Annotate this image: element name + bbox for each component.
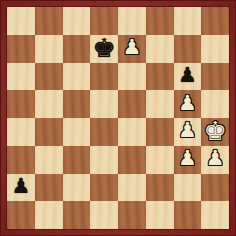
square-g5[interactable]: ♟ [174, 90, 202, 118]
square-g4[interactable]: ♟ [174, 118, 202, 146]
square-b3[interactable] [35, 146, 63, 174]
square-e2[interactable] [118, 174, 146, 202]
square-f1[interactable] [146, 201, 174, 229]
white-king-h4: ♚ [203, 118, 226, 144]
square-a1[interactable] [7, 201, 35, 229]
square-b1[interactable] [35, 201, 63, 229]
square-g3[interactable]: ♟ [174, 146, 202, 174]
square-a3[interactable] [7, 146, 35, 174]
square-g2[interactable] [174, 174, 202, 202]
square-f5[interactable] [146, 90, 174, 118]
square-f4[interactable] [146, 118, 174, 146]
square-b8[interactable] [35, 7, 63, 35]
square-d2[interactable] [90, 174, 118, 202]
square-d1[interactable] [90, 201, 118, 229]
square-f6[interactable] [146, 63, 174, 91]
square-d6[interactable] [90, 63, 118, 91]
square-e8[interactable] [118, 7, 146, 35]
square-h4[interactable]: ♚ [201, 118, 229, 146]
square-b5[interactable] [35, 90, 63, 118]
square-a4[interactable] [7, 118, 35, 146]
white-pawn-h3: ♟ [206, 148, 225, 169]
square-a2[interactable]: ♟ [7, 174, 35, 202]
white-pawn-g5: ♟ [178, 93, 197, 114]
square-a8[interactable] [7, 7, 35, 35]
square-e6[interactable] [118, 63, 146, 91]
square-e1[interactable] [118, 201, 146, 229]
square-a6[interactable] [7, 63, 35, 91]
square-b2[interactable] [35, 174, 63, 202]
square-d7[interactable]: ♚ [90, 35, 118, 63]
square-h3[interactable]: ♟ [201, 146, 229, 174]
square-d8[interactable] [90, 7, 118, 35]
square-h8[interactable] [201, 7, 229, 35]
square-g8[interactable] [174, 7, 202, 35]
square-f2[interactable] [146, 174, 174, 202]
square-a7[interactable] [7, 35, 35, 63]
white-pawn-e7: ♟ [122, 37, 141, 58]
black-king-d7: ♚ [92, 35, 115, 61]
square-c8[interactable] [63, 7, 91, 35]
square-e5[interactable] [118, 90, 146, 118]
square-e3[interactable] [118, 146, 146, 174]
square-f8[interactable] [146, 7, 174, 35]
black-pawn-g6: ♟ [178, 65, 197, 86]
square-d5[interactable] [90, 90, 118, 118]
square-d4[interactable] [90, 118, 118, 146]
square-e4[interactable] [118, 118, 146, 146]
square-f3[interactable] [146, 146, 174, 174]
square-h2[interactable] [201, 174, 229, 202]
square-g6[interactable]: ♟ [174, 63, 202, 91]
square-c4[interactable] [63, 118, 91, 146]
square-c1[interactable] [63, 201, 91, 229]
square-h6[interactable] [201, 63, 229, 91]
square-g1[interactable] [174, 201, 202, 229]
board-frame: ♚♟♟♟♟♚♟♟♟ [0, 0, 236, 236]
chess-board: ♚♟♟♟♟♚♟♟♟ [7, 7, 229, 229]
square-c6[interactable] [63, 63, 91, 91]
square-b7[interactable] [35, 35, 63, 63]
square-h5[interactable] [201, 90, 229, 118]
square-f7[interactable] [146, 35, 174, 63]
square-c2[interactable] [63, 174, 91, 202]
square-c3[interactable] [63, 146, 91, 174]
square-g7[interactable] [174, 35, 202, 63]
square-e7[interactable]: ♟ [118, 35, 146, 63]
white-pawn-g3: ♟ [178, 148, 197, 169]
square-a5[interactable] [7, 90, 35, 118]
square-c7[interactable] [63, 35, 91, 63]
square-d3[interactable] [90, 146, 118, 174]
square-h7[interactable] [201, 35, 229, 63]
square-c5[interactable] [63, 90, 91, 118]
square-b4[interactable] [35, 118, 63, 146]
square-h1[interactable] [201, 201, 229, 229]
square-b6[interactable] [35, 63, 63, 91]
white-pawn-g4: ♟ [178, 120, 197, 141]
black-pawn-a2: ♟ [11, 176, 30, 197]
